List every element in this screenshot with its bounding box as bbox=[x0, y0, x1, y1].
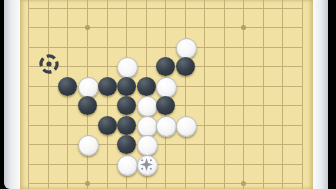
board-edge-left bbox=[4, 0, 20, 189]
stone-black bbox=[156, 57, 175, 76]
stone-white bbox=[137, 96, 158, 117]
stone-white bbox=[78, 135, 99, 156]
stone-white bbox=[176, 116, 197, 137]
stone-black bbox=[176, 57, 195, 76]
stone-white bbox=[137, 116, 158, 137]
stone-white bbox=[117, 155, 138, 176]
stone-white bbox=[137, 135, 158, 156]
gomoku-app-screen bbox=[0, 0, 336, 189]
star-point bbox=[241, 181, 246, 186]
letterbox-right bbox=[328, 0, 336, 189]
grid-line-horizontal bbox=[28, 164, 303, 165]
stone-white bbox=[78, 77, 99, 98]
grid-line-horizontal bbox=[28, 144, 303, 145]
board-edge-right bbox=[313, 0, 328, 189]
grid-line-horizontal bbox=[28, 8, 303, 9]
grid-line-horizontal bbox=[28, 47, 303, 48]
grid-line-vertical bbox=[185, 0, 186, 189]
grid-line-vertical bbox=[204, 0, 205, 189]
grid-line-horizontal bbox=[28, 27, 303, 28]
grid-line-vertical bbox=[302, 0, 303, 189]
star-point bbox=[85, 181, 90, 186]
stone-white bbox=[156, 116, 177, 137]
stone-black bbox=[98, 77, 117, 96]
grid-line-vertical bbox=[282, 0, 283, 189]
stone-white bbox=[176, 38, 197, 59]
stone-white bbox=[156, 77, 177, 98]
stone-black bbox=[117, 135, 136, 154]
stone-black bbox=[78, 96, 97, 115]
placement-cursor-icon[interactable] bbox=[38, 53, 60, 75]
grid-line-vertical bbox=[224, 0, 225, 189]
star-point bbox=[85, 25, 90, 30]
grid-line-vertical bbox=[263, 0, 264, 189]
grid-line-horizontal bbox=[28, 183, 303, 184]
stone-black bbox=[98, 116, 117, 135]
stone-white bbox=[117, 57, 138, 78]
stone-black bbox=[58, 77, 77, 96]
stone-white bbox=[137, 155, 158, 176]
stone-black bbox=[117, 116, 136, 135]
stone-black bbox=[117, 96, 136, 115]
grid-line-vertical bbox=[48, 0, 49, 189]
star-point bbox=[241, 25, 246, 30]
grid-line-vertical bbox=[28, 0, 29, 189]
stone-black bbox=[137, 77, 156, 96]
stone-black bbox=[117, 77, 136, 96]
gomoku-board[interactable] bbox=[20, 0, 313, 189]
stone-black bbox=[156, 96, 175, 115]
